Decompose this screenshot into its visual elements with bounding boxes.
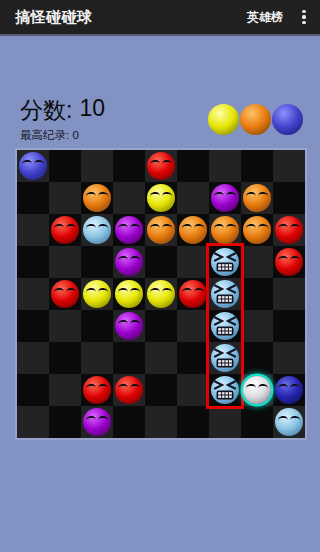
- board-cell[interactable]: [17, 278, 49, 310]
- score-value: 10: [79, 95, 105, 126]
- board-cell[interactable]: [241, 214, 273, 246]
- board-cell[interactable]: [113, 182, 145, 214]
- board-cell[interactable]: [241, 150, 273, 182]
- board-cell[interactable]: [81, 182, 113, 214]
- record-line: 最高纪录: 0: [20, 128, 79, 143]
- closed-eye-icon: [258, 192, 269, 202]
- closed-eye-icon: [277, 224, 288, 234]
- board-cell[interactable]: [145, 342, 177, 374]
- closed-eye-icon: [290, 224, 301, 234]
- closed-eye-icon: [85, 384, 96, 394]
- closed-eye-icon: [130, 384, 141, 394]
- ball-purple[interactable]: [115, 312, 143, 340]
- board-cell[interactable]: [273, 278, 305, 310]
- board-cell[interactable]: [81, 310, 113, 342]
- closed-eye-icon: [181, 224, 192, 234]
- score-line: 分数:10: [20, 95, 105, 126]
- board-cell[interactable]: [209, 214, 241, 246]
- closed-eye-icon: [149, 192, 160, 202]
- closed-eye-icon: [290, 256, 301, 266]
- board-cell[interactable]: [113, 214, 145, 246]
- ball-purple[interactable]: [115, 248, 143, 276]
- board-cell[interactable]: [177, 342, 209, 374]
- game-board: [15, 148, 307, 440]
- closed-eye-icon: [181, 288, 192, 298]
- board-cell[interactable]: [49, 182, 81, 214]
- closed-eye-icon: [66, 224, 77, 234]
- closed-eye-icon: [98, 288, 109, 298]
- board-cell[interactable]: [113, 150, 145, 182]
- board-cell[interactable]: [145, 374, 177, 406]
- closed-eye-icon: [162, 160, 173, 170]
- board-cell[interactable]: [209, 406, 241, 438]
- ball-yellow[interactable]: [115, 280, 143, 308]
- board-cell[interactable]: [49, 406, 81, 438]
- angry-face-icon: [211, 312, 239, 340]
- ball-orange[interactable]: [243, 216, 271, 244]
- board-cell[interactable]: [273, 310, 305, 342]
- board-cell[interactable]: [177, 374, 209, 406]
- ball-purple[interactable]: [115, 216, 143, 244]
- closed-eye-icon: [213, 224, 224, 234]
- angry-face-icon: [211, 344, 239, 372]
- closed-eye-icon: [117, 288, 128, 298]
- overflow-menu-icon[interactable]: [293, 5, 315, 29]
- board-cell[interactable]: [177, 150, 209, 182]
- board-cell[interactable]: [241, 278, 273, 310]
- leaderboard-button[interactable]: 英雄榜: [237, 1, 293, 34]
- board-cell[interactable]: [177, 182, 209, 214]
- closed-eye-icon: [226, 192, 237, 202]
- board-cell[interactable]: [241, 342, 273, 374]
- ball-orange[interactable]: [211, 216, 239, 244]
- ball-purple[interactable]: [211, 184, 239, 212]
- board-cell[interactable]: [81, 150, 113, 182]
- ball-red[interactable]: [147, 152, 175, 180]
- ball-red[interactable]: [83, 376, 111, 404]
- board-cell[interactable]: [113, 342, 145, 374]
- board-cell[interactable]: [273, 182, 305, 214]
- board-cell[interactable]: [145, 278, 177, 310]
- board-cell[interactable]: [177, 278, 209, 310]
- closed-eye-icon: [213, 192, 224, 202]
- board-cell[interactable]: [17, 406, 49, 438]
- board-cell[interactable]: [49, 214, 81, 246]
- ball-angry[interactable]: [211, 312, 239, 340]
- ball-orange[interactable]: [243, 184, 271, 212]
- closed-eye-icon: [117, 320, 128, 330]
- closed-eye-icon: [98, 224, 109, 234]
- board-cell[interactable]: [209, 246, 241, 278]
- closed-eye-icon: [98, 192, 109, 202]
- board-cell[interactable]: [113, 278, 145, 310]
- closed-eye-icon: [258, 384, 269, 394]
- closed-eye-icon: [98, 384, 109, 394]
- ball-yellow[interactable]: [147, 280, 175, 308]
- closed-eye-icon: [98, 416, 109, 426]
- board-cell[interactable]: [113, 406, 145, 438]
- board-cell[interactable]: [113, 246, 145, 278]
- board-cell[interactable]: [49, 374, 81, 406]
- ball-yellow[interactable]: [147, 184, 175, 212]
- board-cell[interactable]: [209, 374, 241, 406]
- closed-eye-icon: [149, 224, 160, 234]
- next-balls-preview: [208, 104, 303, 135]
- board-cell[interactable]: [177, 406, 209, 438]
- board-cell[interactable]: [81, 374, 113, 406]
- board-cell[interactable]: [81, 342, 113, 374]
- ball-darkblue[interactable]: [275, 376, 303, 404]
- closed-eye-icon: [290, 384, 301, 394]
- board-cell[interactable]: [145, 150, 177, 182]
- closed-eye-icon: [149, 288, 160, 298]
- board-cell[interactable]: [113, 374, 145, 406]
- ball-red[interactable]: [51, 280, 79, 308]
- ball-red[interactable]: [51, 216, 79, 244]
- ball-orange[interactable]: [179, 216, 207, 244]
- app-title: 搞怪碰碰球: [15, 8, 93, 27]
- board-cell[interactable]: [49, 342, 81, 374]
- closed-eye-icon: [290, 416, 301, 426]
- board-cell[interactable]: [17, 182, 49, 214]
- closed-eye-icon: [226, 224, 237, 234]
- board-cell[interactable]: [241, 246, 273, 278]
- board-cell[interactable]: [273, 342, 305, 374]
- closed-eye-icon: [149, 160, 160, 170]
- board-cell[interactable]: [49, 278, 81, 310]
- ball-blue: [272, 104, 303, 135]
- record-value: 0: [72, 129, 78, 141]
- closed-eye-icon: [117, 384, 128, 394]
- ball-angry[interactable]: [211, 376, 239, 404]
- board-cell[interactable]: [273, 374, 305, 406]
- angry-face-icon: [211, 280, 239, 308]
- board-cell[interactable]: [209, 342, 241, 374]
- closed-eye-icon: [245, 192, 256, 202]
- closed-eye-icon: [130, 256, 141, 266]
- ball-skyblue[interactable]: [275, 408, 303, 436]
- closed-eye-icon: [66, 288, 77, 298]
- closed-eye-icon: [85, 192, 96, 202]
- closed-eye-icon: [85, 416, 96, 426]
- board-cell[interactable]: [209, 278, 241, 310]
- score-label: 分数:: [20, 95, 72, 126]
- board-cell[interactable]: [177, 246, 209, 278]
- board-cell[interactable]: [177, 214, 209, 246]
- board-cell[interactable]: [81, 406, 113, 438]
- closed-eye-icon: [245, 224, 256, 234]
- ball-red[interactable]: [179, 280, 207, 308]
- board-cell[interactable]: [81, 278, 113, 310]
- board-cell[interactable]: [241, 310, 273, 342]
- board-cell[interactable]: [145, 406, 177, 438]
- app-bar: 搞怪碰碰球 英雄榜: [0, 0, 320, 36]
- closed-eye-icon: [34, 160, 45, 170]
- board-cell[interactable]: [17, 246, 49, 278]
- board-cell[interactable]: [177, 310, 209, 342]
- board-cell[interactable]: [209, 182, 241, 214]
- ball-red[interactable]: [115, 376, 143, 404]
- board-cell[interactable]: [273, 246, 305, 278]
- ball-yellow: [208, 104, 239, 135]
- board-cell[interactable]: [241, 406, 273, 438]
- board-cell[interactable]: [273, 214, 305, 246]
- closed-eye-icon: [53, 288, 64, 298]
- ball-angry[interactable]: [211, 344, 239, 372]
- closed-eye-icon: [117, 256, 128, 266]
- ball-red[interactable]: [275, 216, 303, 244]
- ball-purple[interactable]: [83, 408, 111, 436]
- board-cell[interactable]: [209, 150, 241, 182]
- closed-eye-icon: [194, 224, 205, 234]
- angry-face-icon: [211, 376, 239, 404]
- closed-eye-icon: [258, 224, 269, 234]
- ball-white-selected[interactable]: [243, 376, 271, 404]
- board-cell[interactable]: [81, 246, 113, 278]
- closed-eye-icon: [85, 224, 96, 234]
- closed-eye-icon: [245, 384, 256, 394]
- closed-eye-icon: [194, 288, 205, 298]
- ball-skyblue[interactable]: [83, 216, 111, 244]
- board-cell[interactable]: [17, 214, 49, 246]
- ball-orange[interactable]: [83, 184, 111, 212]
- board-cell[interactable]: [113, 310, 145, 342]
- board-cell[interactable]: [49, 310, 81, 342]
- board-cells: [17, 150, 305, 438]
- board-cell[interactable]: [209, 310, 241, 342]
- app-bar-actions: 英雄榜: [237, 1, 320, 34]
- angry-face-icon: [211, 248, 239, 276]
- board-cell[interactable]: [241, 182, 273, 214]
- closed-eye-icon: [130, 288, 141, 298]
- board-cell[interactable]: [49, 150, 81, 182]
- board-cell[interactable]: [145, 182, 177, 214]
- ball-orange: [240, 104, 271, 135]
- board-cell[interactable]: [17, 150, 49, 182]
- board-cell[interactable]: [145, 214, 177, 246]
- board-cell[interactable]: [145, 246, 177, 278]
- board-cell[interactable]: [17, 342, 49, 374]
- board-cell[interactable]: [273, 150, 305, 182]
- closed-eye-icon: [277, 256, 288, 266]
- ball-red[interactable]: [275, 248, 303, 276]
- closed-eye-icon: [277, 384, 288, 394]
- board-cell[interactable]: [273, 406, 305, 438]
- board-cell[interactable]: [17, 310, 49, 342]
- closed-eye-icon: [130, 224, 141, 234]
- record-label: 最高纪录:: [20, 129, 69, 141]
- ball-yellow[interactable]: [83, 280, 111, 308]
- board-cell[interactable]: [145, 310, 177, 342]
- board-cell[interactable]: [81, 214, 113, 246]
- ball-angry[interactable]: [211, 248, 239, 276]
- board-cell[interactable]: [17, 374, 49, 406]
- closed-eye-icon: [162, 224, 173, 234]
- ball-angry[interactable]: [211, 280, 239, 308]
- ball-blue[interactable]: [19, 152, 47, 180]
- board-cell[interactable]: [241, 374, 273, 406]
- closed-eye-icon: [277, 416, 288, 426]
- closed-eye-icon: [117, 224, 128, 234]
- board-cell[interactable]: [49, 246, 81, 278]
- closed-eye-icon: [162, 192, 173, 202]
- ball-orange[interactable]: [147, 216, 175, 244]
- closed-eye-icon: [162, 288, 173, 298]
- closed-eye-icon: [85, 288, 96, 298]
- closed-eye-icon: [21, 160, 32, 170]
- closed-eye-icon: [53, 224, 64, 234]
- closed-eye-icon: [130, 320, 141, 330]
